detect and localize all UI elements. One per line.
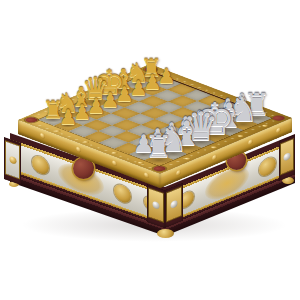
rosette-rivet-icon <box>284 152 291 162</box>
piece-glyph: ♜ <box>145 132 172 163</box>
rivet-icon <box>176 169 181 176</box>
pillar-panel <box>149 189 163 222</box>
rivet-icon <box>112 160 117 167</box>
gold-foot <box>157 229 174 238</box>
corner-pillar-front-right <box>165 183 183 228</box>
rosette-rivet-icon <box>9 155 16 164</box>
rivet-icon <box>40 132 45 139</box>
chess-set-scene: ♜♞♝♛♚♝♞♜♟♟♟♟♟♟♟♟♟♟♟♟♟♟♟♟♜♞♝♛♚♝♞♜ <box>0 0 300 300</box>
rivet-icon <box>144 172 149 179</box>
gold-medallion <box>32 154 49 177</box>
rosette-rivet-icon <box>153 200 160 209</box>
corner-pillar-front-left <box>147 184 165 228</box>
pillar-panel <box>167 187 181 221</box>
corner-pillar-left <box>4 137 21 185</box>
rivet-icon <box>76 146 81 153</box>
pillar-panel <box>281 139 293 174</box>
piece-glyph: ♟ <box>59 107 77 127</box>
rivet-icon <box>276 127 281 134</box>
gold-medallion <box>259 155 276 179</box>
rivet-icon <box>212 154 217 161</box>
rivet-icon <box>248 139 253 146</box>
gold-medallion <box>114 182 131 205</box>
rosette-rivet-icon <box>171 199 178 209</box>
corner-pillar-right <box>279 134 295 181</box>
pillar-panel <box>6 142 19 179</box>
